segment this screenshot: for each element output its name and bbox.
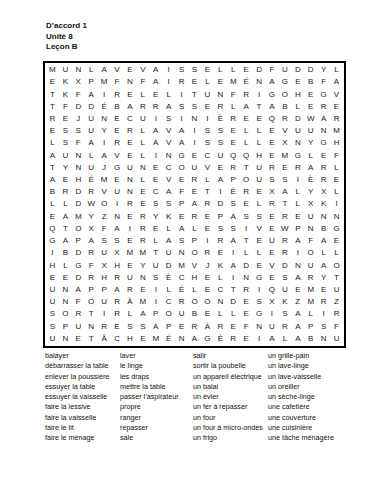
grid-cell: V: [188, 259, 201, 271]
grid-cell: O: [304, 247, 317, 259]
grid-cell: A: [149, 76, 162, 88]
grid-cell: F: [227, 88, 240, 100]
grid-cell: A: [123, 101, 136, 113]
grid-cell: E: [240, 113, 253, 125]
word-list-item: un lave-linge: [268, 361, 334, 371]
grid-cell: M: [46, 64, 59, 76]
grid-cell: A: [188, 198, 201, 210]
grid-cell: N: [123, 186, 136, 198]
grid-cell: K: [162, 211, 175, 223]
grid-cell: R: [278, 321, 291, 333]
grid-cell: L: [162, 284, 175, 296]
lesson-label: Leçon B: [46, 42, 87, 53]
grid-cell: L: [162, 223, 175, 235]
grid-cell: A: [330, 76, 343, 88]
grid-cell: H: [111, 259, 124, 271]
grid-cell: F: [72, 88, 85, 100]
grid-cell: R: [149, 101, 162, 113]
word-list-item: faire la vaisselle: [45, 413, 109, 423]
grid-cell: R: [188, 211, 201, 223]
grid-cell: E: [111, 113, 124, 125]
word-list-item: une cuisinière: [268, 423, 334, 433]
grid-cell: V: [162, 125, 175, 137]
grid-cell: A: [98, 150, 111, 162]
grid-cell: N: [123, 174, 136, 186]
grid-cell: É: [85, 174, 98, 186]
grid-cell: E: [266, 223, 279, 235]
grid-cell: A: [175, 125, 188, 137]
grid-cell: I: [188, 137, 201, 149]
grid-cell: R: [123, 284, 136, 296]
grid-cell: A: [278, 186, 291, 198]
grid-cell: R: [304, 272, 317, 284]
grid-cell: U: [136, 113, 149, 125]
grid-cell: O: [188, 296, 201, 308]
word-list-column: salirsortir la poubelleun appareil élect…: [193, 351, 263, 444]
grid-cell: T: [46, 162, 59, 174]
grid-cell: L: [162, 88, 175, 100]
grid-cell: Q: [266, 284, 279, 296]
grid-cell: H: [188, 272, 201, 284]
grid-cell: E: [175, 174, 188, 186]
word-list-item: un sèche-linge: [268, 392, 334, 402]
grid-cell: D: [85, 101, 98, 113]
grid-cell: È: [304, 174, 317, 186]
word-list-item: propre: [120, 402, 179, 412]
grid-cell: L: [214, 64, 227, 76]
grid-cell: O: [59, 308, 72, 320]
word-list-item: ranger: [120, 413, 179, 423]
word-list-item: passer l’aspirateur: [120, 392, 179, 402]
grid-cell: U: [59, 64, 72, 76]
grid-cell: A: [214, 174, 227, 186]
grid-cell: F: [98, 223, 111, 235]
grid-cell: I: [149, 284, 162, 296]
grid-cell: D: [72, 186, 85, 198]
grid-cell: R: [175, 76, 188, 88]
grid-cell: V: [266, 259, 279, 271]
unit-label: Unité 8: [46, 32, 87, 43]
grid-cell: E: [240, 198, 253, 210]
grid-cell: N: [72, 162, 85, 174]
grid-cell: A: [162, 101, 175, 113]
grid-cell: G: [201, 333, 214, 345]
grid-cell: E: [201, 211, 214, 223]
grid-cell: H: [330, 137, 343, 149]
grid-cell: T: [278, 198, 291, 210]
grid-cell: D: [253, 64, 266, 76]
grid-cell: I: [266, 308, 279, 320]
grid-cell: R: [291, 162, 304, 174]
grid-cell: S: [98, 235, 111, 247]
grid-cell: I: [253, 88, 266, 100]
grid-cell: Q: [46, 223, 59, 235]
grid-cell: U: [188, 162, 201, 174]
grid-cell: E: [266, 137, 279, 149]
grid-cell: L: [240, 125, 253, 137]
grid-cell: I: [317, 308, 330, 320]
grid-cell: C: [149, 186, 162, 198]
grid-cell: E: [214, 76, 227, 88]
grid-cell: É: [175, 284, 188, 296]
grid-cell: E: [123, 235, 136, 247]
grid-cell: I: [98, 88, 111, 100]
grid-cell: N: [291, 259, 304, 271]
grid-cell: R: [123, 198, 136, 210]
grid-cell: H: [253, 150, 266, 162]
worksheet-header: D’accord 1 Unité 8 Leçon B: [46, 21, 87, 53]
word-list-item: un fer à repasser: [193, 402, 263, 412]
grid-cell: P: [72, 235, 85, 247]
grid-cell: L: [253, 247, 266, 259]
grid-cell: T: [240, 235, 253, 247]
grid-cell: V: [136, 64, 149, 76]
grid-cell: L: [188, 284, 201, 296]
grid-cell: I: [111, 198, 124, 210]
grid-cell: E: [136, 186, 149, 198]
grid-cell: I: [227, 247, 240, 259]
word-list-item: débarrasser la table: [45, 361, 109, 371]
word-search-grid: MUNLAVEVAISSELLEDFUDDYLEKXPMFNFAIRELEMÉN…: [43, 61, 346, 348]
grid-cell: U: [85, 125, 98, 137]
grid-cell: È: [214, 113, 227, 125]
grid-cell: U: [266, 235, 279, 247]
grid-cell: A: [291, 321, 304, 333]
grid-cell: A: [149, 137, 162, 149]
grid-cell: G: [330, 223, 343, 235]
grid-cell: S: [59, 125, 72, 137]
grid-cell: R: [240, 88, 253, 100]
grid-cell: S: [188, 64, 201, 76]
grid-cell: E: [59, 272, 72, 284]
grid-cell: R: [111, 88, 124, 100]
grid-cell: A: [291, 235, 304, 247]
word-list-item: un balai: [193, 382, 263, 392]
grid-cell: I: [46, 247, 59, 259]
grid-cell: R: [136, 101, 149, 113]
word-list-item: balayer: [45, 351, 109, 361]
grid-cell: E: [188, 186, 201, 198]
grid-cell: A: [85, 235, 98, 247]
grid-cell: À: [123, 296, 136, 308]
grid-cell: D: [240, 259, 253, 271]
grid-cell: E: [136, 198, 149, 210]
grid-cell: S: [278, 308, 291, 320]
grid-cell: E: [201, 308, 214, 320]
grid-cell: E: [123, 64, 136, 76]
grid-cell: F: [266, 64, 279, 76]
word-list-item: salir: [193, 351, 263, 361]
grid-cell: S: [46, 321, 59, 333]
grid-cell: R: [330, 308, 343, 320]
grid-cell: Y: [317, 64, 330, 76]
grid-cell: D: [72, 247, 85, 259]
word-list-item: enlever la poussière: [45, 372, 109, 382]
grid-cell: C: [214, 284, 227, 296]
grid-cell: É: [240, 76, 253, 88]
grid-cell: S: [149, 198, 162, 210]
grid-cell: R: [46, 113, 59, 125]
grid-cell: B: [317, 223, 330, 235]
grid-cell: G: [253, 308, 266, 320]
grid-cell: A: [111, 223, 124, 235]
grid-cell: K: [317, 198, 330, 210]
grid-cell: S: [175, 101, 188, 113]
grid-cell: U: [123, 162, 136, 174]
grid-cell: Y: [59, 162, 72, 174]
grid-cell: R: [85, 272, 98, 284]
grid-cell: R: [227, 333, 240, 345]
grid-cell: E: [111, 125, 124, 137]
grid-cell: I: [175, 88, 188, 100]
grid-cell: A: [175, 137, 188, 149]
grid-cell: A: [227, 259, 240, 271]
grid-cell: R: [111, 296, 124, 308]
grid-cell: V: [162, 174, 175, 186]
grid-cell: M: [227, 76, 240, 88]
grid-cell: P: [304, 321, 317, 333]
grid-cell: R: [85, 247, 98, 259]
grid-cell: G: [111, 162, 124, 174]
grid-cell: L: [304, 308, 317, 320]
grid-cell: T: [59, 223, 72, 235]
grid-cell: E: [46, 125, 59, 137]
grid-cell: Q: [240, 150, 253, 162]
grid-cell: I: [291, 174, 304, 186]
grid-cell: V: [278, 125, 291, 137]
grid-cell: A: [98, 64, 111, 76]
grid-cell: N: [304, 223, 317, 235]
grid-cell: P: [162, 321, 175, 333]
grid-cell: E: [227, 321, 240, 333]
grid-cell: E: [123, 211, 136, 223]
grid-cell: E: [123, 88, 136, 100]
grid-cell: S: [227, 223, 240, 235]
grid-cell: Y: [85, 211, 98, 223]
grid-cell: L: [330, 64, 343, 76]
grid-cell: A: [149, 64, 162, 76]
word-list-item: un évier: [193, 392, 263, 402]
grid-cell: X: [304, 198, 317, 210]
grid-cell: B: [278, 101, 291, 113]
grid-cell: R: [123, 125, 136, 137]
grid-cell: A: [240, 101, 253, 113]
grid-cell: X: [98, 259, 111, 271]
grid-cell: L: [291, 101, 304, 113]
grid-cell: T: [46, 101, 59, 113]
grid-cell: R: [240, 284, 253, 296]
grid-cell: S: [253, 296, 266, 308]
grid-cell: V: [111, 150, 124, 162]
grid-cell: R: [136, 211, 149, 223]
word-list-item: faire le ménage: [45, 433, 109, 443]
grid-cell: Z: [98, 211, 111, 223]
grid-cell: E: [240, 296, 253, 308]
grid-cell: N: [72, 150, 85, 162]
grid-cell: L: [201, 76, 214, 88]
word-list-item: essuyer la vaisselle: [45, 392, 109, 402]
grid-cell: L: [253, 125, 266, 137]
grid-cell: M: [304, 296, 317, 308]
grid-cell: R: [278, 211, 291, 223]
grid-cell: O: [201, 296, 214, 308]
grid-cell: X: [266, 296, 279, 308]
grid-cell: R: [201, 247, 214, 259]
grid-cell: E: [149, 223, 162, 235]
grid-cell: U: [46, 333, 59, 345]
grid-cell: N: [85, 321, 98, 333]
grid-cell: M: [136, 247, 149, 259]
word-list-item: mettre la table: [120, 382, 179, 392]
grid-cell: R: [214, 235, 227, 247]
grid-cell: B: [188, 308, 201, 320]
grid-cell: È: [162, 272, 175, 284]
grid-cell: T: [46, 88, 59, 100]
grid-cell: B: [46, 186, 59, 198]
grid-cell: X: [278, 137, 291, 149]
grid-cell: U: [253, 162, 266, 174]
grid-cell: R: [278, 235, 291, 247]
grid-cell: U: [98, 247, 111, 259]
grid-cell: A: [266, 333, 279, 345]
grid-cell: F: [330, 150, 343, 162]
grid-cell: N: [317, 211, 330, 223]
grid-cell: E: [201, 223, 214, 235]
grid-cell: C: [162, 296, 175, 308]
grid-cell: M: [304, 284, 317, 296]
grid-cell: E: [59, 113, 72, 125]
grid-cell: Y: [304, 186, 317, 198]
grid-cell: R: [175, 296, 188, 308]
grid-cell: C: [175, 272, 188, 284]
grid-cell: O: [240, 174, 253, 186]
grid-cell: A: [162, 235, 175, 247]
grid-cell: U: [162, 247, 175, 259]
grid-cell: U: [175, 308, 188, 320]
word-list-item: une tâche ménagère: [268, 433, 334, 443]
grid-cell: Y: [136, 259, 149, 271]
grid-cell: E: [72, 333, 85, 345]
grid-cell: O: [330, 259, 343, 271]
grid-cell: N: [253, 76, 266, 88]
grid-cell: E: [266, 211, 279, 223]
grid-cell: E: [59, 174, 72, 186]
grid-cell: E: [123, 259, 136, 271]
grid-cell: R: [111, 272, 124, 284]
grid-cell: T: [201, 186, 214, 198]
grid-cell: K: [59, 76, 72, 88]
grid-cell: S: [111, 235, 124, 247]
word-list-item: un lave-vaisselle: [268, 372, 334, 382]
grid-cell: E: [201, 272, 214, 284]
grid-cell: L: [136, 137, 149, 149]
grid-cell: K: [59, 88, 72, 100]
grid-cell: D: [291, 113, 304, 125]
grid-cell: E: [214, 247, 227, 259]
grid-cell: I: [330, 198, 343, 210]
grid-cell: I: [162, 76, 175, 88]
grid-cell: A: [317, 113, 330, 125]
grid-cell: E: [46, 272, 59, 284]
grid-cell: Â: [98, 333, 111, 345]
grid-cell: E: [201, 101, 214, 113]
grid-cell: A: [291, 308, 304, 320]
grid-cell: C: [201, 150, 214, 162]
grid-cell: F: [136, 76, 149, 88]
grid-cell: L: [123, 308, 136, 320]
grid-cell: F: [317, 76, 330, 88]
grid-cell: I: [149, 296, 162, 308]
grid-cell: N: [291, 137, 304, 149]
grid-cell: E: [149, 88, 162, 100]
grid-cell: U: [85, 162, 98, 174]
grid-cell: B: [304, 76, 317, 88]
grid-cell: D: [162, 259, 175, 271]
grid-cell: S: [59, 137, 72, 149]
grid-cell: R: [227, 113, 240, 125]
word-list-item: le linge: [120, 361, 179, 371]
grid-cell: A: [266, 76, 279, 88]
grid-cell: D: [278, 259, 291, 271]
word-list-item: un oreiller: [268, 382, 334, 392]
grid-cell: U: [149, 259, 162, 271]
grid-cell: E: [240, 308, 253, 320]
grid-cell: P: [59, 321, 72, 333]
grid-cell: I: [98, 137, 111, 149]
grid-cell: D: [304, 64, 317, 76]
grid-cell: S: [149, 272, 162, 284]
grid-cell: F: [85, 259, 98, 271]
word-list: balayerdébarrasser la tableenlever la po…: [0, 351, 386, 451]
grid-cell: L: [240, 247, 253, 259]
grid-cell: E: [46, 76, 59, 88]
grid-cell: U: [46, 284, 59, 296]
grid-cell: U: [278, 284, 291, 296]
grid-cell: A: [59, 235, 72, 247]
grid-cell: N: [72, 64, 85, 76]
grid-cell: A: [59, 211, 72, 223]
grid-cell: L: [136, 174, 149, 186]
grid-cell: P: [291, 223, 304, 235]
grid-cell: G: [72, 259, 85, 271]
grid-cell: A: [149, 321, 162, 333]
grid-cell: U: [304, 259, 317, 271]
grid-cell: M: [330, 125, 343, 137]
grid-cell: I: [201, 113, 214, 125]
grid-cell: I: [240, 223, 253, 235]
grid-cell: S: [214, 137, 227, 149]
grid-cell: O: [98, 198, 111, 210]
grid-cell: P: [85, 284, 98, 296]
grid-cell: R: [188, 321, 201, 333]
grid-cell: R: [330, 113, 343, 125]
grid-cell: E: [330, 235, 343, 247]
grid-cell: C: [162, 162, 175, 174]
grid-cell: L: [46, 198, 59, 210]
grid-cell: I: [149, 150, 162, 162]
word-list-column: laverle lingeles drapsmettre la tablepas…: [120, 351, 179, 444]
grid-cell: S: [227, 198, 240, 210]
grid-cell: L: [136, 88, 149, 100]
grid-cell: E: [278, 162, 291, 174]
grid-cell: E: [253, 259, 266, 271]
grid-cell: A: [227, 211, 240, 223]
grid-cell: S: [201, 125, 214, 137]
grid-cell: P: [98, 284, 111, 296]
grid-cell: H: [72, 174, 85, 186]
grid-cell: S: [162, 113, 175, 125]
grid-cell: L: [253, 137, 266, 149]
